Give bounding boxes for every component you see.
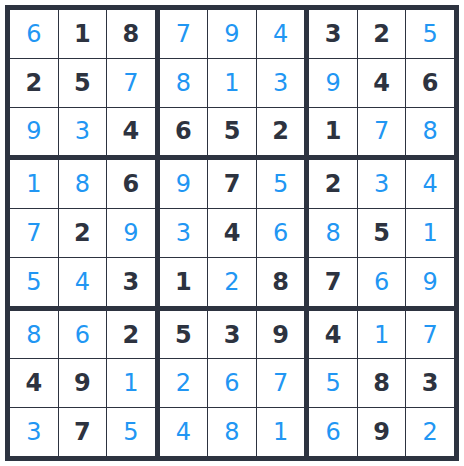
cell-r9c9[interactable]: 2 [406, 408, 454, 456]
cell-r5c8[interactable]: 5 [358, 209, 406, 257]
cell-r7c7[interactable]: 4 [309, 311, 357, 359]
cell-r3c1[interactable]: 9 [10, 108, 58, 156]
cell-r1c8[interactable]: 2 [358, 10, 406, 58]
cell-r7c8[interactable]: 1 [358, 311, 406, 359]
cell-r4c4[interactable]: 9 [160, 160, 208, 208]
cell-r9c1[interactable]: 3 [10, 408, 58, 456]
cell-r4c9[interactable]: 4 [406, 160, 454, 208]
cell-r3c2[interactable]: 3 [59, 108, 107, 156]
box-r2c3: 234851769 [309, 160, 454, 305]
cell-r1c3[interactable]: 8 [107, 10, 155, 58]
cell-r9c3[interactable]: 5 [107, 408, 155, 456]
cell-r9c5[interactable]: 8 [208, 408, 256, 456]
cell-r8c6[interactable]: 7 [257, 359, 305, 407]
cell-r6c8[interactable]: 6 [358, 258, 406, 306]
cell-r2c1[interactable]: 2 [10, 59, 58, 107]
cell-r9c7[interactable]: 6 [309, 408, 357, 456]
cell-r4c6[interactable]: 5 [257, 160, 305, 208]
cell-r1c6[interactable]: 4 [257, 10, 305, 58]
cell-r7c1[interactable]: 8 [10, 311, 58, 359]
cell-r3c7[interactable]: 1 [309, 108, 357, 156]
cell-r6c4[interactable]: 1 [160, 258, 208, 306]
cell-r3c8[interactable]: 7 [358, 108, 406, 156]
cell-r9c4[interactable]: 4 [160, 408, 208, 456]
cell-r2c6[interactable]: 3 [257, 59, 305, 107]
cell-r9c6[interactable]: 1 [257, 408, 305, 456]
cell-r8c4[interactable]: 2 [160, 359, 208, 407]
cell-r6c5[interactable]: 2 [208, 258, 256, 306]
cell-r8c5[interactable]: 6 [208, 359, 256, 407]
cell-r4c2[interactable]: 8 [59, 160, 107, 208]
cell-r3c4[interactable]: 6 [160, 108, 208, 156]
cell-r6c7[interactable]: 7 [309, 258, 357, 306]
cell-r8c9[interactable]: 3 [406, 359, 454, 407]
cell-r4c5[interactable]: 7 [208, 160, 256, 208]
cell-r8c2[interactable]: 9 [59, 359, 107, 407]
cell-r6c6[interactable]: 8 [257, 258, 305, 306]
cell-r1c2[interactable]: 1 [59, 10, 107, 58]
cell-r7c4[interactable]: 5 [160, 311, 208, 359]
box-r1c2: 794813652 [160, 10, 305, 155]
cell-r7c9[interactable]: 7 [406, 311, 454, 359]
cell-r2c2[interactable]: 5 [59, 59, 107, 107]
cell-r4c8[interactable]: 3 [358, 160, 406, 208]
cell-r6c9[interactable]: 9 [406, 258, 454, 306]
box-r3c3: 417583692 [309, 311, 454, 456]
cell-r7c5[interactable]: 3 [208, 311, 256, 359]
cell-r2c8[interactable]: 4 [358, 59, 406, 107]
cell-r5c6[interactable]: 6 [257, 209, 305, 257]
cell-r4c3[interactable]: 6 [107, 160, 155, 208]
cell-r8c3[interactable]: 1 [107, 359, 155, 407]
cell-r8c8[interactable]: 8 [358, 359, 406, 407]
cell-r2c9[interactable]: 6 [406, 59, 454, 107]
cell-r1c4[interactable]: 7 [160, 10, 208, 58]
box-r1c3: 325946178 [309, 10, 454, 155]
cell-r1c1[interactable]: 6 [10, 10, 58, 58]
cell-r5c9[interactable]: 1 [406, 209, 454, 257]
box-r1c1: 618257934 [10, 10, 155, 155]
cell-r5c3[interactable]: 9 [107, 209, 155, 257]
cell-r5c5[interactable]: 4 [208, 209, 256, 257]
cell-r2c5[interactable]: 1 [208, 59, 256, 107]
cell-r5c4[interactable]: 3 [160, 209, 208, 257]
cell-r2c3[interactable]: 7 [107, 59, 155, 107]
cell-r3c9[interactable]: 8 [406, 108, 454, 156]
cell-r8c1[interactable]: 4 [10, 359, 58, 407]
cell-r3c6[interactable]: 2 [257, 108, 305, 156]
cell-r1c9[interactable]: 5 [406, 10, 454, 58]
cell-r5c1[interactable]: 7 [10, 209, 58, 257]
cell-r6c2[interactable]: 4 [59, 258, 107, 306]
box-r2c1: 186729543 [10, 160, 155, 305]
cell-r5c7[interactable]: 8 [309, 209, 357, 257]
cell-r7c2[interactable]: 6 [59, 311, 107, 359]
cell-r6c1[interactable]: 5 [10, 258, 58, 306]
cell-r3c3[interactable]: 4 [107, 108, 155, 156]
cell-r2c4[interactable]: 8 [160, 59, 208, 107]
cell-r2c7[interactable]: 9 [309, 59, 357, 107]
cell-r7c6[interactable]: 9 [257, 311, 305, 359]
box-r3c2: 539267481 [160, 311, 305, 456]
box-r2c2: 975346128 [160, 160, 305, 305]
cell-r9c8[interactable]: 9 [358, 408, 406, 456]
cell-r1c7[interactable]: 3 [309, 10, 357, 58]
box-r3c1: 862491375 [10, 311, 155, 456]
cell-r1c5[interactable]: 9 [208, 10, 256, 58]
cell-r5c2[interactable]: 2 [59, 209, 107, 257]
cell-r8c7[interactable]: 5 [309, 359, 357, 407]
cell-r4c7[interactable]: 2 [309, 160, 357, 208]
cell-r3c5[interactable]: 5 [208, 108, 256, 156]
cell-r9c2[interactable]: 7 [59, 408, 107, 456]
cell-r6c3[interactable]: 3 [107, 258, 155, 306]
cell-r7c3[interactable]: 2 [107, 311, 155, 359]
cell-r4c1[interactable]: 1 [10, 160, 58, 208]
sudoku-board: 6182579347948136523259461781867295439753… [5, 5, 459, 461]
